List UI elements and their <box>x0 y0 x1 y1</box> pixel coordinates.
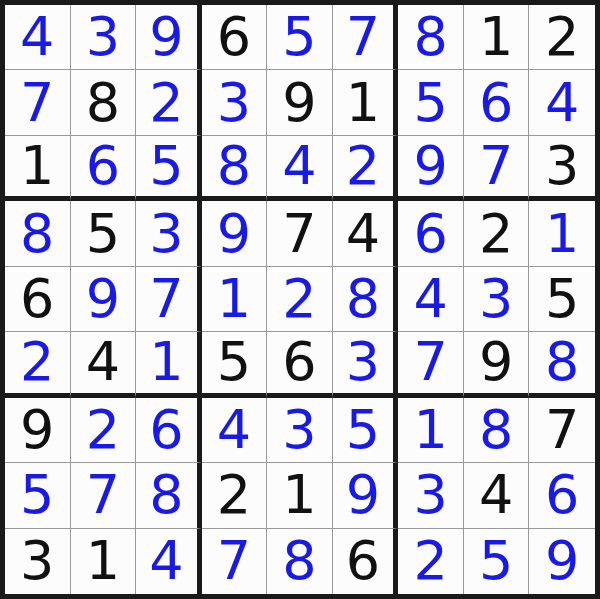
cell-r5c1[interactable]: 6 <box>5 267 71 332</box>
cell-r6c2[interactable]: 4 <box>71 332 137 397</box>
cell-r5c9[interactable]: 5 <box>529 267 595 332</box>
cell-r9c8[interactable]: 5 <box>464 529 530 594</box>
cell-r7c8[interactable]: 8 <box>464 398 530 463</box>
cell-r2c5[interactable]: 9 <box>267 70 333 135</box>
cell-r7c4[interactable]: 4 <box>202 398 268 463</box>
cell-r7c9[interactable]: 7 <box>529 398 595 463</box>
cell-r8c7[interactable]: 3 <box>398 463 464 528</box>
sudoku-board: 4396578127823915641658429738539746216971… <box>0 0 600 599</box>
cell-r9c3[interactable]: 4 <box>136 529 202 594</box>
cell-r7c7[interactable]: 1 <box>398 398 464 463</box>
cell-r1c2[interactable]: 3 <box>71 5 137 70</box>
cell-r4c2[interactable]: 5 <box>71 201 137 266</box>
cell-r7c3[interactable]: 6 <box>136 398 202 463</box>
cell-r3c3[interactable]: 5 <box>136 136 202 201</box>
cell-r2c6[interactable]: 1 <box>333 70 399 135</box>
cell-r3c5[interactable]: 4 <box>267 136 333 201</box>
cell-r7c1[interactable]: 9 <box>5 398 71 463</box>
cell-r1c7[interactable]: 8 <box>398 5 464 70</box>
cell-r4c1[interactable]: 8 <box>5 201 71 266</box>
cell-r9c4[interactable]: 7 <box>202 529 268 594</box>
cell-r1c6[interactable]: 7 <box>333 5 399 70</box>
cell-r9c2[interactable]: 1 <box>71 529 137 594</box>
cell-r9c5[interactable]: 8 <box>267 529 333 594</box>
cell-r3c6[interactable]: 2 <box>333 136 399 201</box>
cell-r9c6[interactable]: 6 <box>333 529 399 594</box>
cell-r7c2[interactable]: 2 <box>71 398 137 463</box>
cell-r6c1[interactable]: 2 <box>5 332 71 397</box>
cell-r8c1[interactable]: 5 <box>5 463 71 528</box>
cell-r6c7[interactable]: 7 <box>398 332 464 397</box>
cell-r6c4[interactable]: 5 <box>202 332 268 397</box>
cell-r2c3[interactable]: 2 <box>136 70 202 135</box>
cell-r4c5[interactable]: 7 <box>267 201 333 266</box>
cell-r6c5[interactable]: 6 <box>267 332 333 397</box>
cell-r7c5[interactable]: 3 <box>267 398 333 463</box>
cell-r4c3[interactable]: 3 <box>136 201 202 266</box>
cell-r5c6[interactable]: 8 <box>333 267 399 332</box>
cell-r3c1[interactable]: 1 <box>5 136 71 201</box>
cell-r3c9[interactable]: 3 <box>529 136 595 201</box>
cell-r2c2[interactable]: 8 <box>71 70 137 135</box>
cell-r8c5[interactable]: 1 <box>267 463 333 528</box>
cell-r2c4[interactable]: 3 <box>202 70 268 135</box>
cell-r5c4[interactable]: 1 <box>202 267 268 332</box>
cell-r1c1[interactable]: 4 <box>5 5 71 70</box>
cell-r9c1[interactable]: 3 <box>5 529 71 594</box>
cell-r8c4[interactable]: 2 <box>202 463 268 528</box>
cell-r8c3[interactable]: 8 <box>136 463 202 528</box>
cell-r3c4[interactable]: 8 <box>202 136 268 201</box>
cell-r6c9[interactable]: 8 <box>529 332 595 397</box>
cell-r1c9[interactable]: 2 <box>529 5 595 70</box>
cell-r2c8[interactable]: 6 <box>464 70 530 135</box>
cell-r4c7[interactable]: 6 <box>398 201 464 266</box>
cell-r8c8[interactable]: 4 <box>464 463 530 528</box>
cell-r4c8[interactable]: 2 <box>464 201 530 266</box>
cell-r3c7[interactable]: 9 <box>398 136 464 201</box>
cell-r8c6[interactable]: 9 <box>333 463 399 528</box>
cell-r1c8[interactable]: 1 <box>464 5 530 70</box>
cell-r8c9[interactable]: 6 <box>529 463 595 528</box>
cell-r5c5[interactable]: 2 <box>267 267 333 332</box>
cell-r5c3[interactable]: 7 <box>136 267 202 332</box>
cell-r3c8[interactable]: 7 <box>464 136 530 201</box>
cell-r4c6[interactable]: 4 <box>333 201 399 266</box>
cell-r9c9[interactable]: 9 <box>529 529 595 594</box>
cell-r2c1[interactable]: 7 <box>5 70 71 135</box>
cell-r2c7[interactable]: 5 <box>398 70 464 135</box>
cell-r1c3[interactable]: 9 <box>136 5 202 70</box>
cell-r3c2[interactable]: 6 <box>71 136 137 201</box>
cell-r6c8[interactable]: 9 <box>464 332 530 397</box>
cell-r5c2[interactable]: 9 <box>71 267 137 332</box>
cell-r4c4[interactable]: 9 <box>202 201 268 266</box>
cell-r9c7[interactable]: 2 <box>398 529 464 594</box>
cell-r6c6[interactable]: 3 <box>333 332 399 397</box>
cell-r7c6[interactable]: 5 <box>333 398 399 463</box>
cell-r5c8[interactable]: 3 <box>464 267 530 332</box>
cell-r4c9[interactable]: 1 <box>529 201 595 266</box>
cell-r8c2[interactable]: 7 <box>71 463 137 528</box>
cell-r2c9[interactable]: 4 <box>529 70 595 135</box>
cell-r1c4[interactable]: 6 <box>202 5 268 70</box>
cell-r1c5[interactable]: 5 <box>267 5 333 70</box>
cell-r6c3[interactable]: 1 <box>136 332 202 397</box>
cell-r5c7[interactable]: 4 <box>398 267 464 332</box>
